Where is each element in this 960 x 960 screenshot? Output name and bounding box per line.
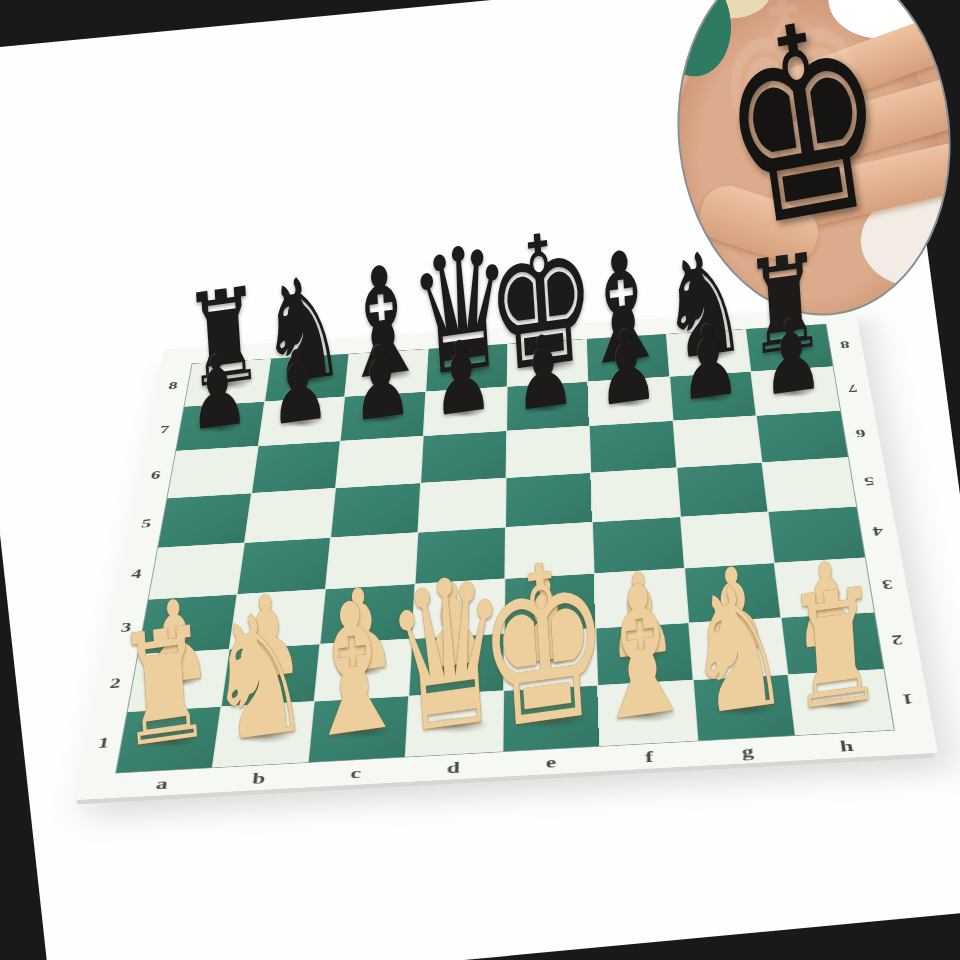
square-e7	[507, 382, 589, 431]
square-h8	[746, 324, 832, 371]
square-c1	[309, 697, 408, 763]
file-label-c: c	[306, 760, 405, 786]
square-d8	[426, 344, 507, 391]
square-c8	[345, 349, 427, 396]
square-d1	[406, 691, 503, 756]
rank-label-right-6: 6	[843, 409, 878, 457]
square-f5	[591, 468, 679, 522]
square-e3	[504, 574, 595, 633]
square-f8	[587, 334, 669, 381]
square-d3	[412, 579, 504, 638]
square-b7	[258, 397, 344, 446]
square-e8	[507, 339, 587, 386]
square-c2	[315, 639, 411, 701]
square-g3	[685, 563, 781, 622]
rank-label-right-2: 2	[877, 610, 917, 669]
file-label-b: b	[209, 766, 308, 792]
rank-label-right-4: 4	[859, 504, 897, 557]
square-b1	[212, 702, 313, 768]
square-g1	[693, 675, 795, 740]
square-g5	[677, 463, 768, 517]
rank-label-right-7: 7	[836, 365, 870, 411]
rank-label-right-3: 3	[868, 556, 907, 612]
square-a7	[176, 402, 264, 451]
square-h7	[752, 367, 840, 416]
square-e5	[506, 473, 592, 527]
square-d2	[409, 634, 503, 696]
square-b6	[252, 441, 340, 492]
rank-label-right-5: 5	[851, 455, 888, 506]
square-f4	[593, 517, 684, 573]
square-d6	[421, 431, 506, 482]
square-a8	[185, 359, 270, 406]
square-h4	[769, 506, 865, 562]
square-e4	[505, 522, 594, 578]
rank-label-right-8: 8	[828, 323, 861, 367]
square-c4	[326, 532, 417, 588]
square-a4	[149, 543, 244, 599]
square-f7	[588, 377, 672, 426]
square-c5	[331, 483, 420, 537]
square-g8	[667, 329, 751, 376]
file-label-g: g	[698, 739, 799, 765]
square-b2	[221, 644, 319, 706]
file-label-a: a	[112, 771, 212, 797]
square-h6	[757, 411, 848, 462]
square-b5	[245, 488, 336, 542]
file-label-d: d	[404, 755, 502, 781]
square-g7	[670, 372, 756, 421]
screenshot-root: { "game": "chess", "scene": { "type": "p…	[0, 0, 960, 960]
square-g4	[681, 512, 774, 568]
square-d5	[418, 478, 505, 532]
file-label-h: h	[796, 733, 898, 759]
chessboard: 88a77b66c55d44e33f22g11h	[73, 306, 938, 800]
square-b3	[229, 590, 325, 649]
square-b8	[265, 354, 349, 401]
square-e6	[506, 426, 590, 477]
square-c7	[341, 392, 425, 441]
square-g6	[673, 416, 761, 467]
square-f1	[598, 681, 697, 746]
square-a6	[167, 446, 257, 497]
square-d7	[424, 387, 507, 436]
square-a5	[158, 493, 250, 547]
board-mat: 88a77b66c55d44e33f22g11h	[73, 306, 938, 800]
square-c6	[336, 436, 422, 487]
rank-label-right-1: 1	[887, 667, 929, 729]
square-g2	[689, 618, 788, 680]
square-h3	[775, 558, 874, 617]
square-e2	[504, 628, 598, 690]
file-label-f: f	[600, 744, 699, 770]
square-f2	[596, 623, 692, 685]
square-b4	[237, 538, 330, 594]
square-d4	[415, 527, 504, 583]
square-h5	[763, 457, 856, 511]
square-a2	[128, 649, 229, 711]
file-label-e: e	[502, 750, 600, 776]
square-a1	[116, 707, 220, 773]
square-h2	[782, 612, 884, 674]
square-e1	[503, 686, 599, 751]
square-h1	[789, 670, 894, 735]
square-f6	[590, 421, 676, 472]
board-grid	[116, 324, 893, 772]
square-c3	[321, 584, 415, 643]
square-a3	[138, 595, 236, 654]
square-f3	[595, 569, 688, 628]
